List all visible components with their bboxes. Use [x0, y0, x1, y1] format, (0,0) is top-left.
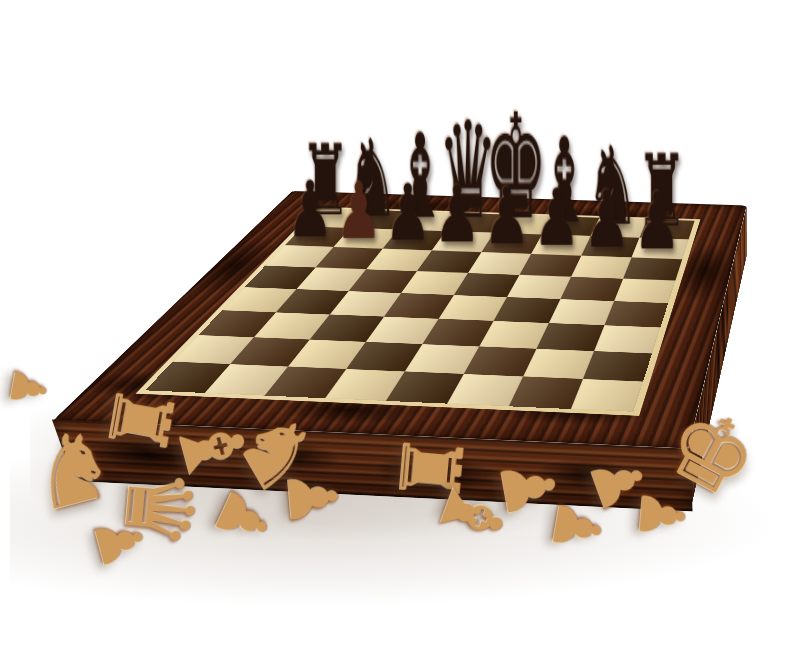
square-g3 — [536, 323, 604, 351]
square-h1 — [571, 379, 643, 412]
white-pawn: ♟ — [4, 364, 52, 412]
black-pawn: ♟ — [583, 184, 630, 255]
square-g6 — [571, 256, 631, 279]
white-pawn: ♟ — [633, 486, 691, 544]
board-grid: ♜♞♝♛♚♝♞♜♟♟♟♟♟♟♟♟ — [145, 208, 694, 411]
square-g7: ♟ — [581, 236, 639, 257]
black-pawn: ♟ — [483, 181, 530, 252]
black-pawn: ♟ — [434, 180, 481, 251]
square-h4 — [604, 301, 668, 327]
square-h6 — [623, 258, 682, 281]
square-b3 — [254, 312, 330, 339]
chess-set-photo: ♜♞♝♛♚♝♞♜♟♟♟♟♟♟♟♟ ♟♞♜♝♛♞♟♟♟♜♝♟♟♟♚♟ — [0, 0, 800, 663]
square-e4 — [439, 295, 507, 321]
black-pawn: ♟ — [385, 178, 432, 248]
square-g4 — [549, 299, 614, 325]
square-h3 — [594, 325, 660, 353]
square-b4 — [276, 289, 349, 314]
square-g5 — [560, 277, 623, 301]
white-pawn: ♟ — [280, 466, 344, 530]
square-h2 — [583, 351, 652, 381]
black-pawn: ♟ — [287, 175, 334, 245]
square-h5 — [614, 279, 675, 304]
square-e5 — [454, 273, 520, 297]
black-pawn: ♟ — [533, 183, 580, 254]
square-h7: ♟ — [632, 238, 689, 260]
black-pawn: ♟ — [634, 186, 681, 257]
black-pawn: ♟ — [336, 177, 383, 247]
